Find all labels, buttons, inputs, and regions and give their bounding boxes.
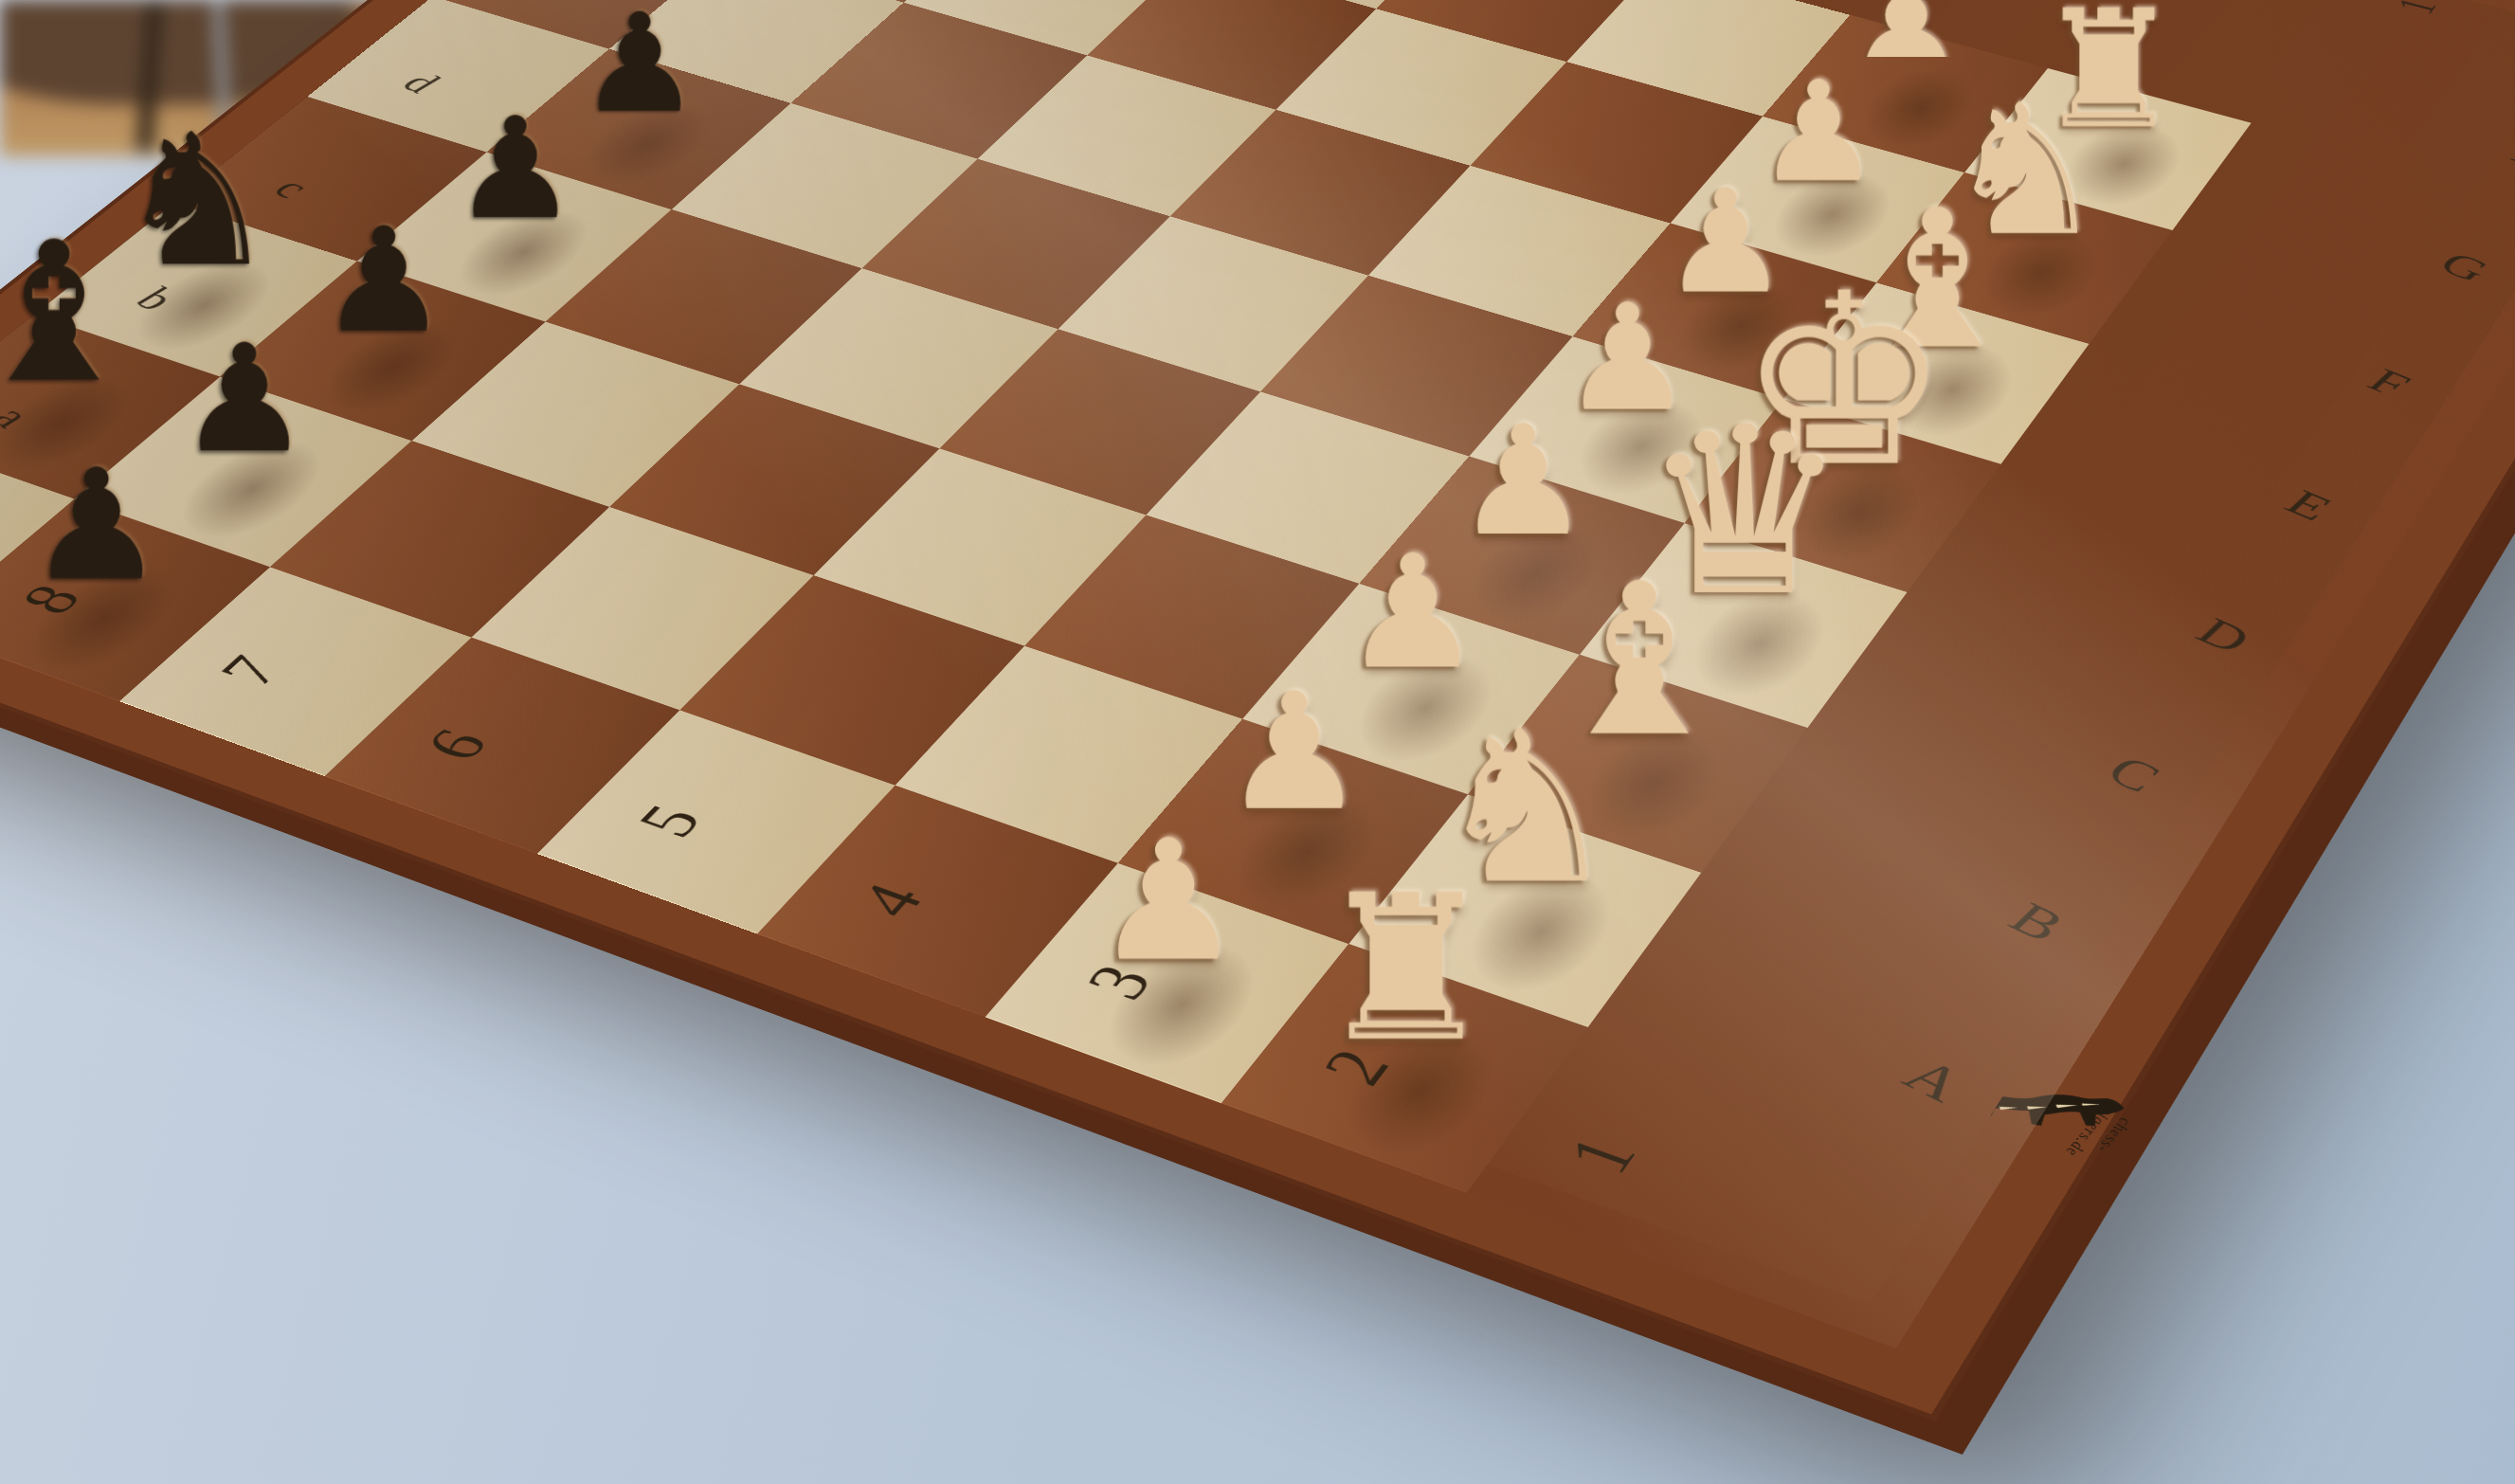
chessboard: chess-tigers.de ♜♝♞♟♟♟♟♟♟♟♟♟♟♟♟♟♜♞♝♛♚♝♞♜…: [0, 0, 2515, 1414]
piece-glyph: ♟: [452, 101, 578, 235]
piece-glyph: ♟: [27, 452, 165, 598]
piece-glyph: ♜: [1315, 873, 1496, 1064]
piece-glyph: ♟: [1221, 675, 1366, 828]
piece-glyph: ♟: [178, 328, 312, 469]
piece-glyph: ♟: [319, 211, 449, 349]
piece-glyph: ♝: [0, 221, 141, 405]
piece-glyph: ♟: [1094, 822, 1243, 980]
table-surface: chess-tigers.de ♜♝♞♟♟♟♟♟♟♟♟♟♟♟♟♟♜♞♝♛♚♝♞♜…: [0, 0, 2515, 1484]
piece-glyph: ♟: [578, 0, 700, 128]
